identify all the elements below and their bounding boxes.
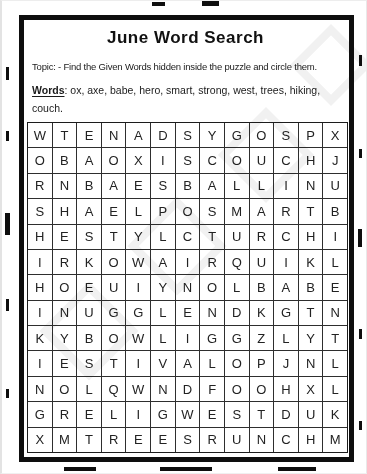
grid-cell-r4c5[interactable]: L bbox=[126, 199, 150, 223]
grid-cell-r12c4[interactable]: L bbox=[102, 402, 126, 426]
grid-cell-r5c6[interactable]: L bbox=[151, 225, 175, 249]
grid-cell-r4c13[interactable]: B bbox=[323, 199, 347, 223]
grid-cell-r1c2[interactable]: T bbox=[53, 123, 77, 147]
words-line-2: couch. bbox=[32, 102, 63, 114]
grid-cell-r13c12[interactable]: H bbox=[299, 428, 323, 452]
grid-cell-r11c2[interactable]: O bbox=[53, 377, 77, 401]
grid-cell-r8c10[interactable]: K bbox=[250, 301, 274, 325]
grid-cell-r12c11[interactable]: D bbox=[274, 402, 298, 426]
grid-cell-r9c11[interactable]: L bbox=[274, 326, 298, 350]
grid-cell-r13c6[interactable]: E bbox=[151, 428, 175, 452]
grid-cell-r8c8[interactable]: N bbox=[200, 301, 224, 325]
grid-cell-r3c3[interactable]: B bbox=[77, 174, 101, 198]
grid-cell-r5c13[interactable]: I bbox=[323, 225, 347, 249]
grid-cell-r2c6[interactable]: I bbox=[151, 148, 175, 172]
grid-cell-r12c5[interactable]: I bbox=[126, 402, 150, 426]
grid-cell-r7c3[interactable]: E bbox=[77, 275, 101, 299]
page-title-rest: Word Search bbox=[149, 28, 264, 47]
grid-cell-r10c11[interactable]: J bbox=[274, 351, 298, 375]
grid-cell-r7c2[interactable]: O bbox=[53, 275, 77, 299]
grid-cell-r1c13[interactable]: X bbox=[323, 123, 347, 147]
grid-cell-r10c9[interactable]: O bbox=[225, 351, 249, 375]
grid-cell-r9c9[interactable]: G bbox=[225, 326, 249, 350]
grid-cell-r10c4[interactable]: T bbox=[102, 351, 126, 375]
grid-cell-r4c7[interactable]: O bbox=[176, 199, 200, 223]
grid-cell-r2c12[interactable]: H bbox=[299, 148, 323, 172]
topic-line: Topic: - Find the Given Words hidden ins… bbox=[32, 61, 354, 72]
grid-cell-r10c2[interactable]: E bbox=[53, 351, 77, 375]
grid-cell-r7c13[interactable]: E bbox=[323, 275, 347, 299]
grid-cell-r10c5[interactable]: I bbox=[126, 351, 150, 375]
grid-cell-r8c6[interactable]: L bbox=[151, 301, 175, 325]
word-search-grid: WTENADSYGOSPXOBAOXISCOUCHJRNBAESBALLINUS… bbox=[27, 122, 348, 453]
grid-cell-r3c13[interactable]: U bbox=[323, 174, 347, 198]
words-label: Words bbox=[32, 84, 64, 96]
grid-cell-r5c1[interactable]: H bbox=[28, 225, 52, 249]
grid-cell-r8c2[interactable]: N bbox=[53, 301, 77, 325]
sketch-dash bbox=[6, 389, 9, 398]
grid-cell-r1c3[interactable]: E bbox=[77, 123, 101, 147]
grid-cell-r7c4[interactable]: U bbox=[102, 275, 126, 299]
grid-cell-r5c11[interactable]: C bbox=[274, 225, 298, 249]
grid-cell-r12c10[interactable]: T bbox=[250, 402, 274, 426]
sketch-dash bbox=[152, 2, 165, 6]
grid-cell-r8c9[interactable]: D bbox=[225, 301, 249, 325]
grid-cell-r13c13[interactable]: M bbox=[323, 428, 347, 452]
grid-cell-r4c2[interactable]: H bbox=[53, 199, 77, 223]
grid-cell-r12c7[interactable]: W bbox=[176, 402, 200, 426]
grid-cell-r13c10[interactable]: N bbox=[250, 428, 274, 452]
sketch-dash bbox=[202, 1, 219, 6]
grid-cell-r1c9[interactable]: G bbox=[225, 123, 249, 147]
grid-cell-r5c5[interactable]: Y bbox=[126, 225, 150, 249]
grid-cell-r8c13[interactable]: N bbox=[323, 301, 347, 325]
grid-cell-r7c9[interactable]: L bbox=[225, 275, 249, 299]
grid-cell-r2c3[interactable]: A bbox=[77, 148, 101, 172]
grid-cell-r4c11[interactable]: R bbox=[274, 199, 298, 223]
grid-cell-r10c8[interactable]: L bbox=[200, 351, 224, 375]
grid-cell-r6c4[interactable]: O bbox=[102, 250, 126, 274]
grid-cell-r7c8[interactable]: O bbox=[200, 275, 224, 299]
sketch-dash bbox=[278, 467, 316, 471]
grid-cell-r1c4[interactable]: N bbox=[102, 123, 126, 147]
grid-cell-r1c1[interactable]: W bbox=[28, 123, 52, 147]
grid-cell-r7c6[interactable]: Y bbox=[151, 275, 175, 299]
grid-cell-r4c1[interactable]: S bbox=[28, 199, 52, 223]
grid-cell-r1c6[interactable]: D bbox=[151, 123, 175, 147]
grid-cell-r11c9[interactable]: O bbox=[225, 377, 249, 401]
grid-cell-r6c12[interactable]: K bbox=[299, 250, 323, 274]
grid-cell-r1c5[interactable]: A bbox=[126, 123, 150, 147]
grid-cell-r12c12[interactable]: U bbox=[299, 402, 323, 426]
grid-cell-r13c4[interactable]: R bbox=[102, 428, 126, 452]
grid-cell-r6c6[interactable]: A bbox=[151, 250, 175, 274]
grid-cell-r1c7[interactable]: S bbox=[176, 123, 200, 147]
grid-cell-r12c9[interactable]: S bbox=[225, 402, 249, 426]
grid-cell-r5c9[interactable]: U bbox=[225, 225, 249, 249]
grid-cell-r3c9[interactable]: L bbox=[225, 174, 249, 198]
page-title: June Word Search bbox=[2, 28, 367, 48]
grid-cell-r6c7[interactable]: I bbox=[176, 250, 200, 274]
grid-cell-r2c2[interactable]: B bbox=[53, 148, 77, 172]
grid-cell-r4c9[interactable]: M bbox=[225, 199, 249, 223]
grid-cell-r10c3[interactable]: S bbox=[77, 351, 101, 375]
grid-cell-r9c2[interactable]: Y bbox=[53, 326, 77, 350]
grid-cell-r5c4[interactable]: T bbox=[102, 225, 126, 249]
grid-cell-r12c13[interactable]: K bbox=[323, 402, 347, 426]
grid-cell-r2c7[interactable]: S bbox=[176, 148, 200, 172]
grid-cell-r1c8[interactable]: Y bbox=[200, 123, 224, 147]
grid-cell-r5c10[interactable]: R bbox=[250, 225, 274, 249]
grid-cell-r11c12[interactable]: X bbox=[299, 377, 323, 401]
sketch-dash bbox=[160, 467, 212, 471]
grid-cell-r6c2[interactable]: R bbox=[53, 250, 77, 274]
grid-cell-r1c12[interactable]: P bbox=[299, 123, 323, 147]
grid-cell-r3c2[interactable]: N bbox=[53, 174, 77, 198]
grid-cell-r7c7[interactable]: N bbox=[176, 275, 200, 299]
grid-cell-r10c12[interactable]: N bbox=[299, 351, 323, 375]
sketch-dash bbox=[6, 299, 9, 311]
grid-cell-r5c8[interactable]: T bbox=[200, 225, 224, 249]
grid-cell-r1c11[interactable]: S bbox=[274, 123, 298, 147]
grid-cell-r9c6[interactable]: L bbox=[151, 326, 175, 350]
grid-cell-r6c10[interactable]: U bbox=[250, 250, 274, 274]
grid-cell-r3c8[interactable]: A bbox=[200, 174, 224, 198]
grid-cell-r11c7[interactable]: D bbox=[176, 377, 200, 401]
grid-cell-r9c10[interactable]: Z bbox=[250, 326, 274, 350]
grid-cell-r8c5[interactable]: G bbox=[126, 301, 150, 325]
grid-cell-r2c8[interactable]: C bbox=[200, 148, 224, 172]
grid-cell-r12c8[interactable]: E bbox=[200, 402, 224, 426]
grid-cell-r6c3[interactable]: K bbox=[77, 250, 101, 274]
grid-cell-r3c5[interactable]: E bbox=[126, 174, 150, 198]
sketch-dash bbox=[359, 421, 362, 430]
grid-cell-r11c5[interactable]: W bbox=[126, 377, 150, 401]
grid-cell-r7c12[interactable]: B bbox=[299, 275, 323, 299]
grid-cell-r5c12[interactable]: H bbox=[299, 225, 323, 249]
grid-cell-r12c6[interactable]: G bbox=[151, 402, 175, 426]
grid-cell-r4c10[interactable]: A bbox=[250, 199, 274, 223]
grid-cell-r7c10[interactable]: B bbox=[250, 275, 274, 299]
grid-cell-r10c1[interactable]: I bbox=[28, 351, 52, 375]
grid-cell-r10c6[interactable]: V bbox=[151, 351, 175, 375]
grid-cell-r3c12[interactable]: N bbox=[299, 174, 323, 198]
grid-cell-r10c7[interactable]: A bbox=[176, 351, 200, 375]
grid-cell-r9c8[interactable]: G bbox=[200, 326, 224, 350]
grid-cell-r11c1[interactable]: N bbox=[28, 377, 52, 401]
grid-cell-r4c12[interactable]: T bbox=[299, 199, 323, 223]
grid-cell-r8c4[interactable]: G bbox=[102, 301, 126, 325]
grid-cell-r10c13[interactable]: L bbox=[323, 351, 347, 375]
grid-cell-r8c1[interactable]: I bbox=[28, 301, 52, 325]
grid-cell-r7c1[interactable]: H bbox=[28, 275, 52, 299]
grid-cell-r2c10[interactable]: U bbox=[250, 148, 274, 172]
grid-cell-r9c13[interactable]: T bbox=[323, 326, 347, 350]
sketch-dash bbox=[6, 67, 9, 80]
grid-cell-r2c13[interactable]: J bbox=[323, 148, 347, 172]
grid-cell-r4c3[interactable]: A bbox=[77, 199, 101, 223]
grid-cell-r2c9[interactable]: O bbox=[225, 148, 249, 172]
grid-cell-r6c13[interactable]: L bbox=[323, 250, 347, 274]
sketch-dash bbox=[359, 55, 362, 66]
grid-cell-r10c10[interactable]: P bbox=[250, 351, 274, 375]
grid-cell-r11c13[interactable]: L bbox=[323, 377, 347, 401]
page-title-month: June bbox=[107, 28, 149, 47]
grid-cell-r13c1[interactable]: X bbox=[28, 428, 52, 452]
grid-cell-r13c2[interactable]: M bbox=[53, 428, 77, 452]
grid-cell-r13c5[interactable]: E bbox=[126, 428, 150, 452]
grid-cell-r6c1[interactable]: I bbox=[28, 250, 52, 274]
grid-cell-r2c1[interactable]: O bbox=[28, 148, 52, 172]
grid-cell-r11c6[interactable]: N bbox=[151, 377, 175, 401]
grid-cell-r13c9[interactable]: U bbox=[225, 428, 249, 452]
grid-cell-r4c6[interactable]: P bbox=[151, 199, 175, 223]
grid-cell-r9c7[interactable]: I bbox=[176, 326, 200, 350]
grid-cell-r8c3[interactable]: U bbox=[77, 301, 101, 325]
grid-cell-r5c3[interactable]: S bbox=[77, 225, 101, 249]
sketch-dash bbox=[64, 467, 96, 471]
grid-cell-r12c2[interactable]: R bbox=[53, 402, 77, 426]
sketch-dash bbox=[6, 131, 9, 141]
words-list: : ox, axe, babe, hero, smart, strong, we… bbox=[64, 84, 320, 96]
grid-cell-r9c12[interactable]: Y bbox=[299, 326, 323, 350]
grid-cell-r6c8[interactable]: R bbox=[200, 250, 224, 274]
grid-cell-r2c5[interactable]: X bbox=[126, 148, 150, 172]
grid-cell-r6c9[interactable]: Q bbox=[225, 250, 249, 274]
worksheet-page: June Word Search Topic: - Find the Given… bbox=[0, 0, 367, 474]
grid-cell-r8c11[interactable]: G bbox=[274, 301, 298, 325]
grid-cell-r9c5[interactable]: W bbox=[126, 326, 150, 350]
grid-cell-r3c1[interactable]: R bbox=[28, 174, 52, 198]
grid-cell-r8c12[interactable]: T bbox=[299, 301, 323, 325]
grid-cell-r7c5[interactable]: I bbox=[126, 275, 150, 299]
grid-cell-r11c3[interactable]: L bbox=[77, 377, 101, 401]
grid-cell-r13c7[interactable]: S bbox=[176, 428, 200, 452]
sketch-dash bbox=[358, 229, 362, 247]
grid-cell-r7c11[interactable]: A bbox=[274, 275, 298, 299]
grid-cell-r13c3[interactable]: T bbox=[77, 428, 101, 452]
grid-cell-r3c7[interactable]: B bbox=[176, 174, 200, 198]
grid-cell-r9c3[interactable]: B bbox=[77, 326, 101, 350]
grid-cell-r8c7[interactable]: E bbox=[176, 301, 200, 325]
grid-cell-r9c1[interactable]: K bbox=[28, 326, 52, 350]
grid-cell-r12c1[interactable]: G bbox=[28, 402, 52, 426]
grid-cell-r11c11[interactable]: H bbox=[274, 377, 298, 401]
grid-cell-r11c8[interactable]: F bbox=[200, 377, 224, 401]
grid-cell-r13c8[interactable]: R bbox=[200, 428, 224, 452]
sketch-dash bbox=[359, 329, 362, 339]
grid-cell-r11c4[interactable]: Q bbox=[102, 377, 126, 401]
sketch-dash bbox=[5, 213, 10, 235]
grid-cell-r6c5[interactable]: W bbox=[126, 250, 150, 274]
grid-cell-r3c11[interactable]: I bbox=[274, 174, 298, 198]
grid-cell-r9c4[interactable]: O bbox=[102, 326, 126, 350]
grid-cell-r4c8[interactable]: S bbox=[200, 199, 224, 223]
grid-cell-r2c11[interactable]: C bbox=[274, 148, 298, 172]
grid-cell-r3c4[interactable]: A bbox=[102, 174, 126, 198]
sketch-dash bbox=[359, 149, 362, 158]
grid-cell-r4c4[interactable]: E bbox=[102, 199, 126, 223]
grid-cell-r3c6[interactable]: S bbox=[151, 174, 175, 198]
grid-cell-r6c11[interactable]: I bbox=[274, 250, 298, 274]
grid-cell-r12c3[interactable]: E bbox=[77, 402, 101, 426]
grid-cell-r1c10[interactable]: O bbox=[250, 123, 274, 147]
grid-cell-r11c10[interactable]: O bbox=[250, 377, 274, 401]
grid-cell-r2c4[interactable]: O bbox=[102, 148, 126, 172]
grid-cell-r5c7[interactable]: C bbox=[176, 225, 200, 249]
words-line: Words: ox, axe, babe, hero, smart, stron… bbox=[32, 84, 354, 96]
grid-cell-r13c11[interactable]: C bbox=[274, 428, 298, 452]
grid-cell-r3c10[interactable]: L bbox=[250, 174, 274, 198]
grid-cell-r5c2[interactable]: E bbox=[53, 225, 77, 249]
